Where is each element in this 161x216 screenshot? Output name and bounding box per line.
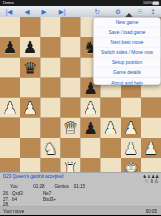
white-pawn-a4: ♟ <box>0 98 20 118</box>
menu-item-save-load-game[interactable]: Save / load game <box>94 28 161 38</box>
square-b5[interactable] <box>20 77 40 97</box>
square-b6[interactable]: ♛ <box>20 57 40 77</box>
menu-item-next-best-move[interactable]: Next best move <box>94 38 161 48</box>
tools-button[interactable]: ⚙ <box>111 6 125 17</box>
square-b3[interactable] <box>20 118 40 138</box>
square-a2[interactable] <box>0 138 20 158</box>
square-a6[interactable] <box>0 57 20 77</box>
black-pawn-a7: ♟ <box>0 38 20 58</box>
square-d4[interactable] <box>60 98 80 118</box>
menu-item-game-details[interactable]: Game details <box>94 68 161 78</box>
info-panel: D23 Queen's gambit accepted ♞♝♟♟ ♘♗♙ You… <box>0 172 161 215</box>
square-b7[interactable]: ♟ <box>20 37 40 57</box>
status-line: Your move 00:05 <box>0 207 161 216</box>
move-list: 26.Qxd3Ne727.b4Bxd3+28. <box>3 191 103 208</box>
square-b1[interactable] <box>20 158 40 172</box>
rotate-redo-button[interactable]: ↻ <box>90 6 104 17</box>
square-d8[interactable] <box>60 17 80 37</box>
black-queen-b6: ♛ <box>20 58 40 78</box>
square-h2[interactable]: ♟ <box>141 138 161 158</box>
turn-indicator: Your move <box>3 207 24 215</box>
square-c3[interactable] <box>40 118 60 138</box>
square-f2[interactable] <box>101 138 121 158</box>
black-move: Bxd3+ <box>43 196 56 202</box>
step-forward-button[interactable]: ▶ <box>37 6 51 17</box>
square-b8[interactable] <box>20 17 40 37</box>
square-g2[interactable]: ♟ <box>121 138 141 158</box>
square-f3[interactable]: ♟ <box>101 118 121 138</box>
square-d6[interactable] <box>60 57 80 77</box>
square-c6[interactable] <box>40 57 60 77</box>
opening-name: D23 Queen's gambit accepted <box>3 174 63 179</box>
battery-icon <box>153 2 160 6</box>
square-e1[interactable] <box>81 158 101 172</box>
white-pawn-g3: ♟ <box>121 118 141 138</box>
square-g4[interactable] <box>121 98 141 118</box>
square-f1[interactable] <box>101 158 121 172</box>
square-a3[interactable] <box>0 118 20 138</box>
menu-item-setup-position[interactable]: Setup position <box>94 58 161 68</box>
step-back-button[interactable]: ◀ <box>20 6 34 17</box>
square-b2[interactable] <box>20 138 40 158</box>
clock-line: You 01:28 Genius 01:15 <box>10 184 85 189</box>
square-g3[interactable]: ♟ <box>121 118 141 138</box>
square-c4[interactable] <box>40 98 60 118</box>
menu-item-about-and-help[interactable]: About and help <box>94 78 161 85</box>
white-pawn-f3: ♟ <box>101 118 121 138</box>
white-clock: 01:28 <box>33 184 53 189</box>
square-c8[interactable] <box>40 17 60 37</box>
share-button[interactable]: ↥ <box>146 6 160 17</box>
skip-to-end-button[interactable]: ▶| <box>55 6 69 17</box>
square-a8[interactable] <box>0 17 20 37</box>
white-king-g1: ♚ <box>121 158 141 172</box>
black-clock: 01:15 <box>74 184 85 189</box>
square-c1[interactable] <box>40 158 60 172</box>
white-player-label: You <box>10 184 32 189</box>
black-pawn-b7: ♟ <box>20 38 40 58</box>
square-a4[interactable]: ♟ <box>0 98 20 118</box>
square-a7[interactable]: ♟ <box>0 37 20 57</box>
white-pawn-b4: ♟ <box>20 98 40 118</box>
square-h3[interactable] <box>141 118 161 138</box>
square-d2[interactable] <box>60 138 80 158</box>
square-c7[interactable] <box>40 37 60 57</box>
square-h4[interactable] <box>141 98 161 118</box>
captured-pieces-tray: ♞♝♟♟ ♘♗♙ <box>143 174 159 184</box>
popover-menu: New gameSave / load gameNext best moveSw… <box>93 17 161 85</box>
menu-item-switch-sides-move-now[interactable]: Switch sides / Move now <box>94 48 161 58</box>
square-d5[interactable] <box>60 77 80 97</box>
square-a5[interactable] <box>0 77 20 97</box>
total-time: 00:05 <box>146 207 157 215</box>
white-pawn-e4: ♟ <box>81 98 101 118</box>
skip-to-start-button[interactable]: |◀ <box>2 6 16 17</box>
square-e2[interactable] <box>81 138 101 158</box>
square-h1[interactable] <box>141 158 161 172</box>
square-d1[interactable]: ♜ <box>60 158 80 172</box>
white-pawn-g2: ♟ <box>121 138 141 158</box>
square-a1[interactable] <box>0 158 20 172</box>
square-e3[interactable]: ♟ <box>81 118 101 138</box>
toolbar: |◀◀▶▶|↻⚙☉↥ <box>0 6 161 18</box>
square-d7[interactable] <box>60 37 80 57</box>
white-rook-d1: ♜ <box>60 158 80 172</box>
square-f4[interactable] <box>101 98 121 118</box>
square-c2[interactable]: ♞ <box>40 138 60 158</box>
app-window: Demo 100% |◀◀▶▶|↻⚙☉↥ ♟♟♞♛♟♟♟♟♛♟♟♟♞♟♟♜♚ N… <box>0 0 161 215</box>
black-pawn-e3: ♟ <box>81 118 101 138</box>
square-b4[interactable]: ♟ <box>20 98 40 118</box>
square-c5[interactable] <box>40 77 60 97</box>
white-pawn-h2: ♟ <box>141 138 161 158</box>
white-knight-c2: ♞ <box>40 138 60 158</box>
black-player-label: Genius <box>55 184 73 189</box>
menu-item-new-game[interactable]: New game <box>94 18 161 28</box>
captured-row-2: ♘♗♙ <box>143 179 159 184</box>
hint-bulb-button[interactable]: ☉ <box>133 6 147 17</box>
square-e4[interactable]: ♟ <box>81 98 101 118</box>
square-g1[interactable]: ♚ <box>121 158 141 172</box>
square-d3[interactable]: ♛ <box>60 118 80 138</box>
white-queen-d3: ♛ <box>60 118 80 138</box>
